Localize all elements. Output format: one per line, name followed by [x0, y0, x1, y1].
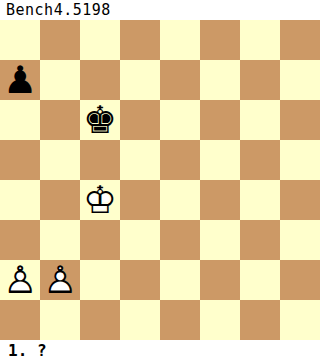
black-pawn[interactable]: ♟: [0, 60, 40, 100]
square-h5[interactable]: [280, 140, 320, 180]
square-c2[interactable]: [80, 260, 120, 300]
square-d4[interactable]: [120, 180, 160, 220]
square-d2[interactable]: [120, 260, 160, 300]
square-a1[interactable]: [0, 300, 40, 340]
square-c3[interactable]: [80, 220, 120, 260]
white-pawn-glyph: ♙: [0, 260, 40, 300]
square-c8[interactable]: [80, 20, 120, 60]
square-g5[interactable]: [240, 140, 280, 180]
square-g4[interactable]: [240, 180, 280, 220]
square-h1[interactable]: [280, 300, 320, 340]
square-c5[interactable]: [80, 140, 120, 180]
square-f5[interactable]: [200, 140, 240, 180]
black-pawn-glyph: ♟: [0, 60, 40, 100]
square-g7[interactable]: [240, 60, 280, 100]
square-a5[interactable]: [0, 140, 40, 180]
square-f7[interactable]: [200, 60, 240, 100]
chess-board[interactable]: ♟♚♚♔♟♙♟♙: [0, 20, 320, 340]
square-h3[interactable]: [280, 220, 320, 260]
square-a7[interactable]: ♟: [0, 60, 40, 100]
status-bar: 1. ?: [0, 340, 320, 360]
square-g1[interactable]: [240, 300, 280, 340]
square-c4[interactable]: ♚♔: [80, 180, 120, 220]
square-f4[interactable]: [200, 180, 240, 220]
square-g6[interactable]: [240, 100, 280, 140]
square-a3[interactable]: [0, 220, 40, 260]
title-bar: Bench4.5198: [0, 0, 320, 20]
square-e4[interactable]: [160, 180, 200, 220]
black-king-glyph: ♚: [80, 100, 120, 140]
square-b2[interactable]: ♟♙: [40, 260, 80, 300]
square-h7[interactable]: [280, 60, 320, 100]
square-h8[interactable]: [280, 20, 320, 60]
white-pawn-glyph: ♙: [40, 260, 80, 300]
square-c6[interactable]: ♚: [80, 100, 120, 140]
square-d8[interactable]: [120, 20, 160, 60]
square-a8[interactable]: [0, 20, 40, 60]
square-b7[interactable]: [40, 60, 80, 100]
square-f2[interactable]: [200, 260, 240, 300]
square-d3[interactable]: [120, 220, 160, 260]
square-d1[interactable]: [120, 300, 160, 340]
square-f6[interactable]: [200, 100, 240, 140]
white-king[interactable]: ♚♔: [80, 180, 120, 220]
square-h6[interactable]: [280, 100, 320, 140]
square-a6[interactable]: [0, 100, 40, 140]
square-e1[interactable]: [160, 300, 200, 340]
square-b3[interactable]: [40, 220, 80, 260]
square-h4[interactable]: [280, 180, 320, 220]
black-king[interactable]: ♚: [80, 100, 120, 140]
square-b1[interactable]: [40, 300, 80, 340]
square-e5[interactable]: [160, 140, 200, 180]
square-d5[interactable]: [120, 140, 160, 180]
square-f3[interactable]: [200, 220, 240, 260]
square-f8[interactable]: [200, 20, 240, 60]
move-prompt: 1. ?: [8, 341, 47, 360]
square-e7[interactable]: [160, 60, 200, 100]
page-title: Bench4.5198: [6, 1, 111, 19]
white-pawn[interactable]: ♟♙: [0, 260, 40, 300]
square-b4[interactable]: [40, 180, 80, 220]
square-g2[interactable]: [240, 260, 280, 300]
square-b8[interactable]: [40, 20, 80, 60]
square-g8[interactable]: [240, 20, 280, 60]
chess-app-window: Bench4.5198 ♟♚♚♔♟♙♟♙ 1. ?: [0, 0, 320, 360]
square-c1[interactable]: [80, 300, 120, 340]
white-pawn[interactable]: ♟♙: [40, 260, 80, 300]
square-b5[interactable]: [40, 140, 80, 180]
square-h2[interactable]: [280, 260, 320, 300]
square-a4[interactable]: [0, 180, 40, 220]
square-f1[interactable]: [200, 300, 240, 340]
white-king-glyph: ♔: [80, 180, 120, 220]
square-e3[interactable]: [160, 220, 200, 260]
square-c7[interactable]: [80, 60, 120, 100]
square-d7[interactable]: [120, 60, 160, 100]
square-g3[interactable]: [240, 220, 280, 260]
square-a2[interactable]: ♟♙: [0, 260, 40, 300]
square-b6[interactable]: [40, 100, 80, 140]
square-e8[interactable]: [160, 20, 200, 60]
square-d6[interactable]: [120, 100, 160, 140]
square-e2[interactable]: [160, 260, 200, 300]
square-e6[interactable]: [160, 100, 200, 140]
